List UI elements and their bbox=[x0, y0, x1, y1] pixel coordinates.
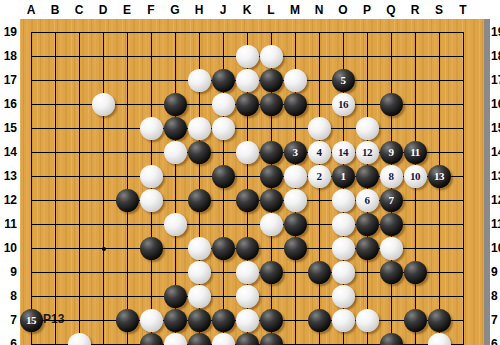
stone-black-Q9 bbox=[380, 261, 403, 284]
board-shadow-strip bbox=[484, 19, 490, 345]
coord-label-left-9: 9 bbox=[1, 265, 17, 279]
grid-line-vertical bbox=[319, 32, 320, 345]
move-number: 11 bbox=[404, 141, 427, 164]
stone-white-P7 bbox=[356, 309, 379, 332]
stone-white-G14 bbox=[164, 141, 187, 164]
stone-white-K7 bbox=[236, 309, 259, 332]
stone-black-L16 bbox=[260, 93, 283, 116]
coord-label-right-15: 15 bbox=[491, 121, 500, 135]
stone-white-H8 bbox=[188, 285, 211, 308]
coord-label-top-D: D bbox=[91, 3, 115, 17]
coord-label-right-19: 19 bbox=[491, 25, 500, 39]
coord-label-left-6: 6 bbox=[1, 337, 17, 345]
stone-black-J17 bbox=[212, 69, 235, 92]
coord-label-top-B: B bbox=[43, 3, 67, 17]
coord-label-top-C: C bbox=[67, 3, 91, 17]
stone-black-K10 bbox=[236, 237, 259, 260]
stone-black-L12 bbox=[260, 189, 283, 212]
move-number: 5 bbox=[332, 69, 355, 92]
stone-black-H12 bbox=[188, 189, 211, 212]
stone-white-F7 bbox=[140, 309, 163, 332]
stone-white-N13: 2 bbox=[308, 165, 331, 188]
coord-label-top-L: L bbox=[259, 3, 283, 17]
grid-line-vertical bbox=[463, 32, 464, 345]
coord-label-right-17: 17 bbox=[491, 73, 500, 87]
move-number: 10 bbox=[404, 165, 427, 188]
coord-label-top-G: G bbox=[163, 3, 187, 17]
stone-white-J16 bbox=[212, 93, 235, 116]
caption-move-number: 15 bbox=[20, 309, 43, 332]
coord-label-right-11: 11 bbox=[491, 217, 500, 231]
coord-label-left-8: 8 bbox=[1, 289, 17, 303]
stone-black-S13: 13 bbox=[428, 165, 451, 188]
coord-label-top-E: E bbox=[115, 3, 139, 17]
coord-label-right-10: 10 bbox=[491, 241, 500, 255]
coord-label-right-16: 16 bbox=[491, 97, 500, 111]
coord-label-left-18: 18 bbox=[1, 49, 17, 63]
move-number: 12 bbox=[356, 141, 379, 164]
stone-white-K18 bbox=[236, 45, 259, 68]
stone-white-F15 bbox=[140, 117, 163, 140]
stone-white-F13 bbox=[140, 165, 163, 188]
coord-label-right-13: 13 bbox=[491, 169, 500, 183]
stone-white-O7 bbox=[332, 309, 355, 332]
stone-black-G7 bbox=[164, 309, 187, 332]
grid-line-horizontal bbox=[31, 128, 464, 129]
stone-black-K12 bbox=[236, 189, 259, 212]
grid-line-vertical bbox=[55, 32, 56, 345]
coord-label-top-J: J bbox=[211, 3, 235, 17]
coord-label-right-14: 14 bbox=[491, 145, 500, 159]
stone-black-E7 bbox=[116, 309, 139, 332]
stone-white-K9 bbox=[236, 261, 259, 284]
move-number: 3 bbox=[284, 141, 307, 164]
stone-black-L7 bbox=[260, 309, 283, 332]
coord-label-left-10: 10 bbox=[1, 241, 17, 255]
caption-move-marker-stone: 15 bbox=[20, 309, 43, 332]
stone-white-Q13: 8 bbox=[380, 165, 403, 188]
grid-line-vertical bbox=[79, 32, 80, 345]
stone-black-J7 bbox=[212, 309, 235, 332]
coord-label-left-16: 16 bbox=[1, 97, 17, 111]
coord-label-right-12: 12 bbox=[491, 193, 500, 207]
coord-label-right-8: 8 bbox=[491, 289, 500, 303]
stone-white-P14: 12 bbox=[356, 141, 379, 164]
coord-label-top-N: N bbox=[307, 3, 331, 17]
star-point bbox=[102, 247, 106, 251]
stone-white-K17 bbox=[236, 69, 259, 92]
stone-white-F12 bbox=[140, 189, 163, 212]
coord-label-top-R: R bbox=[403, 3, 427, 17]
stone-white-P15 bbox=[356, 117, 379, 140]
stone-black-G15 bbox=[164, 117, 187, 140]
coord-label-top-T: T bbox=[451, 3, 475, 17]
stone-black-S7 bbox=[428, 309, 451, 332]
coord-label-right-7: 7 bbox=[491, 313, 500, 327]
stone-black-R9 bbox=[404, 261, 427, 284]
stone-black-R7 bbox=[404, 309, 427, 332]
grid-line-vertical bbox=[439, 32, 440, 345]
stone-black-O17: 5 bbox=[332, 69, 355, 92]
stone-black-E12 bbox=[116, 189, 139, 212]
stone-black-J10 bbox=[212, 237, 235, 260]
stone-black-N7 bbox=[308, 309, 331, 332]
stone-black-F10 bbox=[140, 237, 163, 260]
stone-white-K14 bbox=[236, 141, 259, 164]
stone-black-Q12: 7 bbox=[380, 189, 403, 212]
stone-white-O9 bbox=[332, 261, 355, 284]
stone-black-K16 bbox=[236, 93, 259, 116]
coord-label-left-12: 12 bbox=[1, 193, 17, 207]
coord-label-left-17: 17 bbox=[1, 73, 17, 87]
stone-white-K8 bbox=[236, 285, 259, 308]
coord-label-left-13: 13 bbox=[1, 169, 17, 183]
coord-label-left-7: 7 bbox=[1, 313, 17, 327]
coord-label-top-F: F bbox=[139, 3, 163, 17]
coord-label-left-15: 15 bbox=[1, 121, 17, 135]
stone-white-O10 bbox=[332, 237, 355, 260]
stone-black-M10 bbox=[284, 237, 307, 260]
move-annotation-text: P13 bbox=[43, 312, 64, 326]
stone-white-Q10 bbox=[380, 237, 403, 260]
stone-white-M17 bbox=[284, 69, 307, 92]
move-number: 9 bbox=[380, 141, 403, 164]
stone-black-G16 bbox=[164, 93, 187, 116]
stone-white-G11 bbox=[164, 213, 187, 236]
move-number: 13 bbox=[428, 165, 451, 188]
stone-black-G8 bbox=[164, 285, 187, 308]
stone-white-L11 bbox=[260, 213, 283, 236]
stone-black-P10 bbox=[356, 237, 379, 260]
stone-black-P13 bbox=[356, 165, 379, 188]
coord-label-top-M: M bbox=[283, 3, 307, 17]
stone-white-N14: 4 bbox=[308, 141, 331, 164]
move-number: 7 bbox=[380, 189, 403, 212]
move-number: 1 bbox=[332, 165, 355, 188]
stone-white-H17 bbox=[188, 69, 211, 92]
grid-line-horizontal bbox=[31, 32, 464, 33]
coord-label-top-K: K bbox=[235, 3, 259, 17]
stone-black-Q14: 9 bbox=[380, 141, 403, 164]
stone-black-H7 bbox=[188, 309, 211, 332]
move-number: 2 bbox=[308, 165, 331, 188]
stone-white-O11 bbox=[332, 213, 355, 236]
coord-label-top-Q: Q bbox=[379, 3, 403, 17]
coord-label-left-11: 11 bbox=[1, 217, 17, 231]
coord-label-right-9: 9 bbox=[491, 265, 500, 279]
coord-label-left-14: 14 bbox=[1, 145, 17, 159]
stone-black-M11 bbox=[284, 213, 307, 236]
coord-label-right-6: 6 bbox=[491, 337, 500, 345]
stone-white-H10 bbox=[188, 237, 211, 260]
stone-white-O12 bbox=[332, 189, 355, 212]
move-number: 14 bbox=[332, 141, 355, 164]
grid-line-vertical bbox=[103, 32, 104, 345]
stone-black-H14 bbox=[188, 141, 211, 164]
stone-white-H15 bbox=[188, 117, 211, 140]
stone-black-N9 bbox=[308, 261, 331, 284]
coord-label-top-S: S bbox=[427, 3, 451, 17]
stone-black-R14: 11 bbox=[404, 141, 427, 164]
stone-black-L9 bbox=[260, 261, 283, 284]
coord-label-left-19: 19 bbox=[1, 25, 17, 39]
stone-black-O13: 1 bbox=[332, 165, 355, 188]
stone-black-L14 bbox=[260, 141, 283, 164]
stone-white-N15 bbox=[308, 117, 331, 140]
stone-white-O8 bbox=[332, 285, 355, 308]
stone-black-L17 bbox=[260, 69, 283, 92]
stone-black-Q11 bbox=[380, 213, 403, 236]
coord-label-top-P: P bbox=[355, 3, 379, 17]
stone-white-L18 bbox=[260, 45, 283, 68]
move-number: 8 bbox=[380, 165, 403, 188]
stone-black-Q16 bbox=[380, 93, 403, 116]
stone-white-R13: 10 bbox=[404, 165, 427, 188]
go-diagram-screen: P13 ABCDEFGHJKLMNOPQRST19191818171716161… bbox=[0, 0, 500, 345]
coord-label-top-O: O bbox=[331, 3, 355, 17]
stone-white-J15 bbox=[212, 117, 235, 140]
stone-black-P11 bbox=[356, 213, 379, 236]
stone-white-P12: 6 bbox=[356, 189, 379, 212]
stone-white-O16: 16 bbox=[332, 93, 355, 116]
stone-white-O14: 14 bbox=[332, 141, 355, 164]
stone-white-H9 bbox=[188, 261, 211, 284]
coord-label-top-H: H bbox=[187, 3, 211, 17]
stone-white-D16 bbox=[92, 93, 115, 116]
stone-white-M12 bbox=[284, 189, 307, 212]
stone-black-M14: 3 bbox=[284, 141, 307, 164]
move-number: 4 bbox=[308, 141, 331, 164]
grid-line-vertical bbox=[31, 32, 32, 345]
grid-line-vertical bbox=[415, 32, 416, 345]
move-number: 6 bbox=[356, 189, 379, 212]
stone-white-M13 bbox=[284, 165, 307, 188]
coord-label-right-18: 18 bbox=[491, 49, 500, 63]
coord-label-top-A: A bbox=[19, 3, 43, 17]
stone-black-L13 bbox=[260, 165, 283, 188]
move-number: 16 bbox=[332, 93, 355, 116]
stone-black-M16 bbox=[284, 93, 307, 116]
stone-black-J13 bbox=[212, 165, 235, 188]
